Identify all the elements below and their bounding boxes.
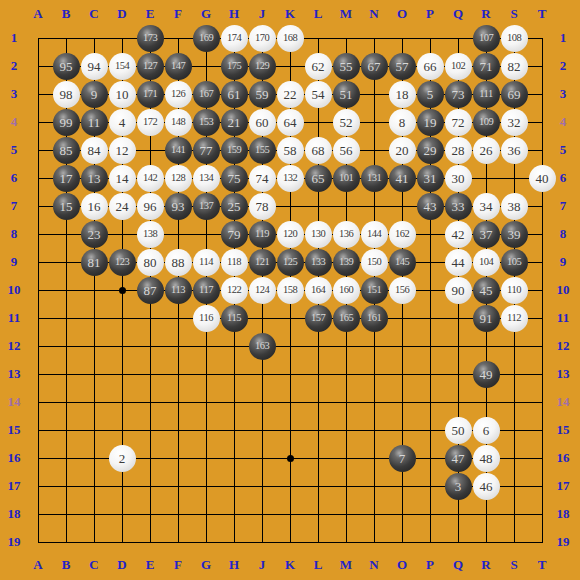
stone-S5-white[interactable]: 36	[501, 137, 528, 164]
stone-R5-white[interactable]: 26	[473, 137, 500, 164]
row-label-right-17: 17	[549, 472, 577, 500]
stone-K5-white[interactable]: 58	[277, 137, 304, 164]
move-number: 13	[88, 172, 101, 185]
move-number: 47	[452, 452, 465, 465]
move-number: 69	[508, 88, 521, 101]
move-number: 173	[143, 33, 157, 44]
stone-N2-black[interactable]: 67	[361, 53, 388, 80]
stone-R3-black[interactable]: 111	[473, 81, 500, 108]
col-label-top-J: J	[248, 0, 276, 28]
move-number: 132	[283, 173, 297, 184]
col-label-bottom-O: O	[388, 551, 416, 579]
stone-G6-white[interactable]: 134	[193, 165, 220, 192]
move-number: 56	[340, 144, 353, 157]
move-number: 133	[311, 257, 325, 268]
stone-R13-black[interactable]: 49	[473, 361, 500, 388]
stone-O4-white[interactable]: 8	[389, 109, 416, 136]
move-number: 165	[339, 313, 353, 324]
stone-R16-white[interactable]: 48	[473, 445, 500, 472]
stone-T6-white[interactable]: 40	[529, 165, 556, 192]
move-number: 142	[143, 173, 157, 184]
move-number: 64	[284, 116, 297, 129]
stone-H11-black[interactable]: 115	[221, 305, 248, 332]
move-number: 160	[339, 285, 353, 296]
stone-B2-black[interactable]: 95	[53, 53, 80, 80]
move-number: 80	[144, 256, 157, 269]
stone-B7-black[interactable]: 15	[53, 193, 80, 220]
stone-H7-black[interactable]: 25	[221, 193, 248, 220]
move-number: 19	[424, 116, 437, 129]
stone-D16-white[interactable]: 2	[109, 445, 136, 472]
stone-R11-black[interactable]: 91	[473, 305, 500, 332]
move-number: 23	[88, 228, 101, 241]
stone-S1-white[interactable]: 108	[501, 25, 528, 52]
stone-M11-black[interactable]: 165	[333, 305, 360, 332]
move-number: 22	[284, 88, 297, 101]
move-number: 67	[368, 60, 381, 73]
stone-B6-black[interactable]: 17	[53, 165, 80, 192]
col-label-top-B: B	[52, 0, 80, 28]
move-number: 45	[480, 284, 493, 297]
move-number: 98	[60, 88, 73, 101]
stone-C6-black[interactable]: 13	[81, 165, 108, 192]
move-number: 91	[480, 312, 493, 325]
stone-P2-white[interactable]: 66	[417, 53, 444, 80]
col-label-bottom-P: P	[416, 551, 444, 579]
move-number: 48	[480, 452, 493, 465]
stone-J4-white[interactable]: 60	[249, 109, 276, 136]
stone-M4-white[interactable]: 52	[333, 109, 360, 136]
move-number: 95	[60, 60, 73, 73]
move-number: 11	[88, 116, 101, 129]
move-number: 54	[312, 88, 325, 101]
stone-Q8-white[interactable]: 42	[445, 221, 472, 248]
row-label-left-11: 11	[0, 304, 28, 332]
col-label-bottom-G: G	[192, 551, 220, 579]
move-number: 137	[199, 201, 213, 212]
col-label-top-E: E	[136, 0, 164, 28]
stone-F2-black[interactable]: 147	[165, 53, 192, 80]
stone-H1-white[interactable]: 174	[221, 25, 248, 52]
col-label-top-M: M	[332, 0, 360, 28]
stone-O6-black[interactable]: 41	[389, 165, 416, 192]
stone-M5-white[interactable]: 56	[333, 137, 360, 164]
stone-L2-white[interactable]: 62	[305, 53, 332, 80]
stone-J7-white[interactable]: 78	[249, 193, 276, 220]
stone-P5-black[interactable]: 29	[417, 137, 444, 164]
move-number: 2	[119, 452, 126, 465]
col-label-bottom-A: A	[24, 551, 52, 579]
stone-S10-white[interactable]: 110	[501, 277, 528, 304]
col-label-bottom-K: K	[276, 551, 304, 579]
move-number: 99	[60, 116, 73, 129]
stone-R7-white[interactable]: 34	[473, 193, 500, 220]
move-number: 174	[227, 33, 241, 44]
stone-P3-black[interactable]: 5	[417, 81, 444, 108]
stone-S7-white[interactable]: 38	[501, 193, 528, 220]
move-number: 122	[227, 285, 241, 296]
stone-Q15-white[interactable]: 50	[445, 417, 472, 444]
stone-R8-black[interactable]: 37	[473, 221, 500, 248]
move-number: 114	[199, 257, 213, 268]
stone-H10-white[interactable]: 122	[221, 277, 248, 304]
row-label-left-3: 3	[0, 80, 28, 108]
stone-R1-black[interactable]: 107	[473, 25, 500, 52]
stone-S2-white[interactable]: 82	[501, 53, 528, 80]
stone-C8-black[interactable]: 23	[81, 221, 108, 248]
stone-Q5-white[interactable]: 28	[445, 137, 472, 164]
stone-Q4-white[interactable]: 72	[445, 109, 472, 136]
stone-C3-black[interactable]: 9	[81, 81, 108, 108]
stone-K3-white[interactable]: 22	[277, 81, 304, 108]
stone-F5-black[interactable]: 141	[165, 137, 192, 164]
move-number: 156	[395, 285, 409, 296]
stone-R10-black[interactable]: 45	[473, 277, 500, 304]
stone-G1-black[interactable]: 169	[193, 25, 220, 52]
stone-J8-black[interactable]: 119	[249, 221, 276, 248]
row-label-right-1: 1	[549, 24, 577, 52]
stone-E3-black[interactable]: 171	[137, 81, 164, 108]
move-number: 17	[60, 172, 73, 185]
stone-F6-white[interactable]: 128	[165, 165, 192, 192]
stone-S4-white[interactable]: 32	[501, 109, 528, 136]
move-number: 6	[483, 424, 490, 437]
move-number: 77	[200, 144, 213, 157]
move-number: 41	[396, 172, 409, 185]
stone-L8-white[interactable]: 130	[305, 221, 332, 248]
move-number: 25	[228, 200, 241, 213]
stone-C9-black[interactable]: 81	[81, 249, 108, 276]
move-number: 40	[536, 172, 549, 185]
move-number: 145	[395, 257, 409, 268]
stone-Q7-black[interactable]: 33	[445, 193, 472, 220]
move-number: 141	[171, 145, 185, 156]
stone-Q2-white[interactable]: 102	[445, 53, 472, 80]
move-number: 42	[452, 228, 465, 241]
stone-B3-white[interactable]: 98	[53, 81, 80, 108]
move-number: 94	[88, 60, 101, 73]
col-label-top-R: R	[472, 0, 500, 28]
row-label-right-7: 7	[549, 192, 577, 220]
stone-C7-white[interactable]: 16	[81, 193, 108, 220]
move-number: 46	[480, 480, 493, 493]
stone-R2-black[interactable]: 71	[473, 53, 500, 80]
stone-J2-black[interactable]: 129	[249, 53, 276, 80]
stone-D4-white[interactable]: 4	[109, 109, 136, 136]
move-number: 134	[199, 173, 213, 184]
stone-G7-black[interactable]: 137	[193, 193, 220, 220]
col-label-top-O: O	[388, 0, 416, 28]
move-number: 24	[116, 200, 129, 213]
col-label-bottom-L: L	[304, 551, 332, 579]
stone-L9-black[interactable]: 133	[305, 249, 332, 276]
move-number: 127	[143, 61, 157, 72]
stone-N11-black[interactable]: 161	[361, 305, 388, 332]
move-number: 3	[455, 480, 462, 493]
stone-S9-black[interactable]: 105	[501, 249, 528, 276]
move-number: 36	[508, 144, 521, 157]
stone-R15-white[interactable]: 6	[473, 417, 500, 444]
stone-H3-black[interactable]: 61	[221, 81, 248, 108]
move-number: 31	[424, 172, 437, 185]
stone-M10-white[interactable]: 160	[333, 277, 360, 304]
row-label-right-18: 18	[549, 500, 577, 528]
stone-D5-white[interactable]: 12	[109, 137, 136, 164]
stone-N8-white[interactable]: 144	[361, 221, 388, 248]
col-label-top-Q: Q	[444, 0, 472, 28]
row-label-left-19: 19	[0, 528, 28, 556]
col-label-bottom-B: B	[52, 551, 80, 579]
row-label-left-13: 13	[0, 360, 28, 388]
col-label-bottom-J: J	[248, 551, 276, 579]
stone-L6-black[interactable]: 65	[305, 165, 332, 192]
stone-K1-white[interactable]: 168	[277, 25, 304, 52]
move-number: 62	[312, 60, 325, 73]
stone-E1-black[interactable]: 173	[137, 25, 164, 52]
row-label-left-10: 10	[0, 276, 28, 304]
stone-C4-black[interactable]: 11	[81, 109, 108, 136]
move-number: 101	[339, 173, 353, 184]
stone-O9-black[interactable]: 145	[389, 249, 416, 276]
col-label-bottom-D: D	[108, 551, 136, 579]
move-number: 78	[256, 200, 269, 213]
stone-Q3-black[interactable]: 73	[445, 81, 472, 108]
move-number: 115	[227, 313, 241, 324]
row-label-left-17: 17	[0, 472, 28, 500]
stone-J5-black[interactable]: 155	[249, 137, 276, 164]
stone-E6-white[interactable]: 142	[137, 165, 164, 192]
move-number: 90	[452, 284, 465, 297]
stone-Q10-white[interactable]: 90	[445, 277, 472, 304]
stone-N10-black[interactable]: 151	[361, 277, 388, 304]
move-number: 15	[60, 200, 73, 213]
move-number: 159	[227, 145, 241, 156]
stone-F9-white[interactable]: 88	[165, 249, 192, 276]
stone-Q9-white[interactable]: 44	[445, 249, 472, 276]
move-number: 104	[479, 257, 493, 268]
row-label-left-18: 18	[0, 500, 28, 528]
stone-G10-black[interactable]: 117	[193, 277, 220, 304]
stone-S3-black[interactable]: 69	[501, 81, 528, 108]
row-label-right-16: 16	[549, 444, 577, 472]
move-number: 72	[452, 116, 465, 129]
move-number: 150	[367, 257, 381, 268]
stone-K6-white[interactable]: 132	[277, 165, 304, 192]
move-number: 4	[119, 116, 126, 129]
stone-E9-white[interactable]: 80	[137, 249, 164, 276]
col-label-top-C: C	[80, 0, 108, 28]
stone-J1-white[interactable]: 170	[249, 25, 276, 52]
stone-R9-white[interactable]: 104	[473, 249, 500, 276]
stone-G4-black[interactable]: 153	[193, 109, 220, 136]
col-label-bottom-Q: Q	[444, 551, 472, 579]
stone-D2-white[interactable]: 154	[109, 53, 136, 80]
stone-K8-white[interactable]: 120	[277, 221, 304, 248]
move-number: 14	[116, 172, 129, 185]
move-number: 151	[367, 285, 381, 296]
stone-H6-black[interactable]: 75	[221, 165, 248, 192]
row-label-left-9: 9	[0, 248, 28, 276]
move-number: 119	[255, 229, 269, 240]
stone-O8-white[interactable]: 162	[389, 221, 416, 248]
move-number: 75	[228, 172, 241, 185]
stone-M6-black[interactable]: 101	[333, 165, 360, 192]
stone-B4-black[interactable]: 99	[53, 109, 80, 136]
stone-F7-black[interactable]: 93	[165, 193, 192, 220]
stone-R4-black[interactable]: 109	[473, 109, 500, 136]
stone-E4-white[interactable]: 172	[137, 109, 164, 136]
star-point-D10	[119, 287, 126, 294]
stone-O2-black[interactable]: 57	[389, 53, 416, 80]
stone-L3-white[interactable]: 54	[305, 81, 332, 108]
move-number: 157	[311, 313, 325, 324]
move-number: 147	[171, 61, 185, 72]
stone-D9-black[interactable]: 123	[109, 249, 136, 276]
move-number: 51	[340, 88, 353, 101]
move-number: 93	[172, 200, 185, 213]
stone-E8-white[interactable]: 138	[137, 221, 164, 248]
stone-F3-white[interactable]: 126	[165, 81, 192, 108]
stone-G5-black[interactable]: 77	[193, 137, 220, 164]
stone-M3-black[interactable]: 51	[333, 81, 360, 108]
col-label-top-G: G	[192, 0, 220, 28]
stone-J6-white[interactable]: 74	[249, 165, 276, 192]
row-label-left-14: 14	[0, 388, 28, 416]
stone-O10-white[interactable]: 156	[389, 277, 416, 304]
stone-Q6-white[interactable]: 30	[445, 165, 472, 192]
stone-F10-black[interactable]: 113	[165, 277, 192, 304]
col-label-top-S: S	[500, 0, 528, 28]
stone-F4-white[interactable]: 148	[165, 109, 192, 136]
stone-J3-black[interactable]: 59	[249, 81, 276, 108]
move-number: 117	[199, 285, 213, 296]
move-number: 28	[452, 144, 465, 157]
move-number: 74	[256, 172, 269, 185]
move-number: 84	[88, 144, 101, 157]
move-number: 155	[255, 145, 269, 156]
stone-L11-black[interactable]: 157	[305, 305, 332, 332]
stone-S11-white[interactable]: 112	[501, 305, 528, 332]
move-number: 85	[60, 144, 73, 157]
move-number: 33	[452, 200, 465, 213]
stone-G9-white[interactable]: 114	[193, 249, 220, 276]
move-number: 163	[255, 341, 269, 352]
stone-K10-white[interactable]: 158	[277, 277, 304, 304]
stone-K9-black[interactable]: 125	[277, 249, 304, 276]
stone-O3-white[interactable]: 18	[389, 81, 416, 108]
move-number: 12	[116, 144, 129, 157]
stone-P6-black[interactable]: 31	[417, 165, 444, 192]
stone-M8-white[interactable]: 136	[333, 221, 360, 248]
move-number: 66	[424, 60, 437, 73]
move-number: 136	[339, 229, 353, 240]
row-label-right-14: 14	[549, 388, 577, 416]
stone-Q17-black[interactable]: 3	[445, 473, 472, 500]
move-number: 167	[199, 89, 213, 100]
stone-J9-black[interactable]: 121	[249, 249, 276, 276]
stone-E2-black[interactable]: 127	[137, 53, 164, 80]
move-number: 71	[480, 60, 493, 73]
move-number: 60	[256, 116, 269, 129]
row-label-left-5: 5	[0, 136, 28, 164]
move-number: 129	[255, 61, 269, 72]
stone-P4-black[interactable]: 19	[417, 109, 444, 136]
col-label-bottom-E: E	[136, 551, 164, 579]
row-label-right-4: 4	[549, 108, 577, 136]
row-label-right-15: 15	[549, 416, 577, 444]
stone-O16-black[interactable]: 7	[389, 445, 416, 472]
move-number: 138	[143, 229, 157, 240]
stone-C5-white[interactable]: 84	[81, 137, 108, 164]
stone-C2-white[interactable]: 94	[81, 53, 108, 80]
row-label-right-11: 11	[549, 304, 577, 332]
move-number: 29	[424, 144, 437, 157]
row-label-left-15: 15	[0, 416, 28, 444]
row-label-left-6: 6	[0, 164, 28, 192]
col-label-bottom-M: M	[332, 551, 360, 579]
move-number: 81	[88, 256, 101, 269]
stone-M9-black[interactable]: 139	[333, 249, 360, 276]
move-number: 105	[507, 257, 521, 268]
col-label-bottom-R: R	[472, 551, 500, 579]
col-label-bottom-F: F	[164, 551, 192, 579]
stone-R17-white[interactable]: 46	[473, 473, 500, 500]
move-number: 20	[396, 144, 409, 157]
stone-J10-white[interactable]: 124	[249, 277, 276, 304]
move-number: 32	[508, 116, 521, 129]
stone-J12-black[interactable]: 163	[249, 333, 276, 360]
stone-D7-white[interactable]: 24	[109, 193, 136, 220]
stone-L10-white[interactable]: 164	[305, 277, 332, 304]
move-number: 26	[480, 144, 493, 157]
stone-H5-black[interactable]: 159	[221, 137, 248, 164]
stone-S8-black[interactable]: 39	[501, 221, 528, 248]
col-label-bottom-H: H	[220, 551, 248, 579]
stone-H4-black[interactable]: 21	[221, 109, 248, 136]
move-number: 130	[311, 229, 325, 240]
row-label-right-10: 10	[549, 276, 577, 304]
stone-H2-black[interactable]: 175	[221, 53, 248, 80]
stone-P7-black[interactable]: 43	[417, 193, 444, 220]
stone-H9-white[interactable]: 118	[221, 249, 248, 276]
stone-L5-white[interactable]: 68	[305, 137, 332, 164]
move-number: 120	[283, 229, 297, 240]
move-number: 126	[171, 89, 185, 100]
move-number: 161	[367, 313, 381, 324]
row-label-right-2: 2	[549, 52, 577, 80]
move-number: 52	[340, 116, 353, 129]
stone-G11-white[interactable]: 116	[193, 305, 220, 332]
stone-M2-black[interactable]: 55	[333, 53, 360, 80]
move-number: 158	[283, 285, 297, 296]
stone-D6-white[interactable]: 14	[109, 165, 136, 192]
stone-B5-black[interactable]: 85	[53, 137, 80, 164]
stone-Q16-black[interactable]: 47	[445, 445, 472, 472]
stone-G3-black[interactable]: 167	[193, 81, 220, 108]
stone-K4-white[interactable]: 64	[277, 109, 304, 136]
stone-E10-black[interactable]: 87	[137, 277, 164, 304]
stone-D3-white[interactable]: 10	[109, 81, 136, 108]
stone-H8-black[interactable]: 79	[221, 221, 248, 248]
stone-N6-black[interactable]: 131	[361, 165, 388, 192]
stone-O5-white[interactable]: 20	[389, 137, 416, 164]
move-number: 144	[367, 229, 381, 240]
stone-E7-white[interactable]: 96	[137, 193, 164, 220]
stone-N9-white[interactable]: 150	[361, 249, 388, 276]
move-number: 34	[480, 200, 493, 213]
move-number: 59	[256, 88, 269, 101]
move-number: 121	[255, 257, 269, 268]
